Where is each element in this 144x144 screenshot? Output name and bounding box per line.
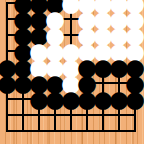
- stone-glyph: ●: [125, 91, 144, 107]
- grid-line-horizontal: [6, 114, 136, 116]
- grid-line-horizontal: [6, 130, 136, 132]
- black-stone[interactable]: ●: [127, 91, 143, 107]
- go-board: ●●●●●●●●●●●●●●●●●●●●●●●●●●●●●●●●●●●●●●●●…: [0, 0, 144, 144]
